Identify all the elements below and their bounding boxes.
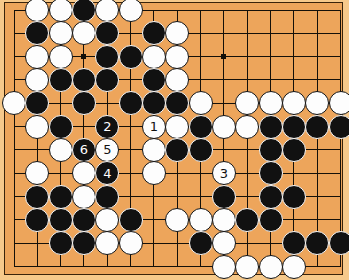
black-stone <box>119 45 143 69</box>
black-stone <box>259 185 283 209</box>
black-stone <box>329 231 349 255</box>
black-stone <box>189 138 213 162</box>
white-stone <box>189 208 213 232</box>
white-stone <box>142 45 166 69</box>
black-stone <box>72 91 96 115</box>
white-stone <box>72 161 96 185</box>
move-number-label: 5 <box>103 143 111 156</box>
white-stone: 5 <box>95 138 119 162</box>
black-stone <box>142 68 166 92</box>
black-stone: 4 <box>95 161 119 185</box>
black-stone <box>49 68 73 92</box>
black-stone: 6 <box>72 138 96 162</box>
white-stone <box>212 115 236 139</box>
black-stone <box>282 138 306 162</box>
move-number-label: 3 <box>220 166 228 179</box>
grid-line-horizontal <box>14 173 341 174</box>
black-stone <box>49 185 73 209</box>
white-stone <box>235 115 259 139</box>
black-stone <box>282 231 306 255</box>
white-stone <box>49 138 73 162</box>
white-stone <box>72 21 96 45</box>
black-stone <box>72 231 96 255</box>
white-stone <box>165 21 189 45</box>
white-stone <box>25 0 49 22</box>
white-stone <box>25 115 49 139</box>
black-stone <box>259 208 283 232</box>
white-stone <box>2 91 26 115</box>
white-stone <box>282 91 306 115</box>
black-stone <box>95 21 119 45</box>
white-stone: 1 <box>142 115 166 139</box>
white-stone <box>95 231 119 255</box>
white-stone <box>119 0 143 22</box>
go-board: 216543 <box>4 2 343 275</box>
white-stone <box>212 231 236 255</box>
white-stone <box>212 208 236 232</box>
grid-line-vertical <box>14 10 15 267</box>
black-stone <box>49 208 73 232</box>
black-stone <box>282 115 306 139</box>
black-stone <box>305 231 329 255</box>
black-stone <box>119 91 143 115</box>
white-stone <box>95 0 119 22</box>
white-stone <box>212 255 236 279</box>
black-stone <box>189 115 213 139</box>
black-stone <box>259 161 283 185</box>
white-stone <box>165 68 189 92</box>
white-stone: 3 <box>212 161 236 185</box>
white-stone <box>329 91 349 115</box>
move-number-label: 2 <box>103 120 111 133</box>
white-stone <box>282 255 306 279</box>
black-stone <box>25 21 49 45</box>
move-number-label: 4 <box>103 166 111 179</box>
white-stone <box>142 161 166 185</box>
white-stone <box>259 91 283 115</box>
black-stone <box>25 185 49 209</box>
white-stone <box>189 91 213 115</box>
white-stone <box>305 91 329 115</box>
black-stone <box>95 45 119 69</box>
white-stone <box>235 91 259 115</box>
star-point <box>81 54 86 59</box>
go-diagram: 216543 <box>0 0 349 280</box>
black-stone <box>329 115 349 139</box>
black-stone <box>235 208 259 232</box>
move-number-label: 1 <box>150 120 158 133</box>
white-stone <box>25 161 49 185</box>
black-stone <box>72 68 96 92</box>
black-stone <box>72 0 96 22</box>
move-number-label: 6 <box>80 143 88 156</box>
black-stone <box>49 231 73 255</box>
black-stone <box>212 185 236 209</box>
white-stone <box>49 21 73 45</box>
black-stone <box>165 138 189 162</box>
black-stone <box>72 208 96 232</box>
white-stone <box>25 45 49 69</box>
white-stone <box>259 255 283 279</box>
black-stone <box>189 231 213 255</box>
white-stone <box>119 231 143 255</box>
black-stone <box>142 21 166 45</box>
black-stone <box>282 185 306 209</box>
black-stone <box>119 208 143 232</box>
white-stone <box>142 138 166 162</box>
white-stone <box>25 68 49 92</box>
white-stone <box>72 185 96 209</box>
white-stone <box>49 45 73 69</box>
white-stone <box>49 0 73 22</box>
white-stone <box>165 115 189 139</box>
black-stone <box>49 115 73 139</box>
black-stone <box>259 138 283 162</box>
star-point <box>221 54 226 59</box>
black-stone <box>142 91 166 115</box>
black-stone <box>25 91 49 115</box>
black-stone <box>95 185 119 209</box>
black-stone <box>259 115 283 139</box>
white-stone <box>165 45 189 69</box>
black-stone: 2 <box>95 115 119 139</box>
white-stone <box>165 208 189 232</box>
black-stone <box>305 115 329 139</box>
white-stone <box>95 208 119 232</box>
white-stone <box>235 255 259 279</box>
black-stone <box>25 208 49 232</box>
black-stone <box>95 68 119 92</box>
black-stone <box>165 91 189 115</box>
